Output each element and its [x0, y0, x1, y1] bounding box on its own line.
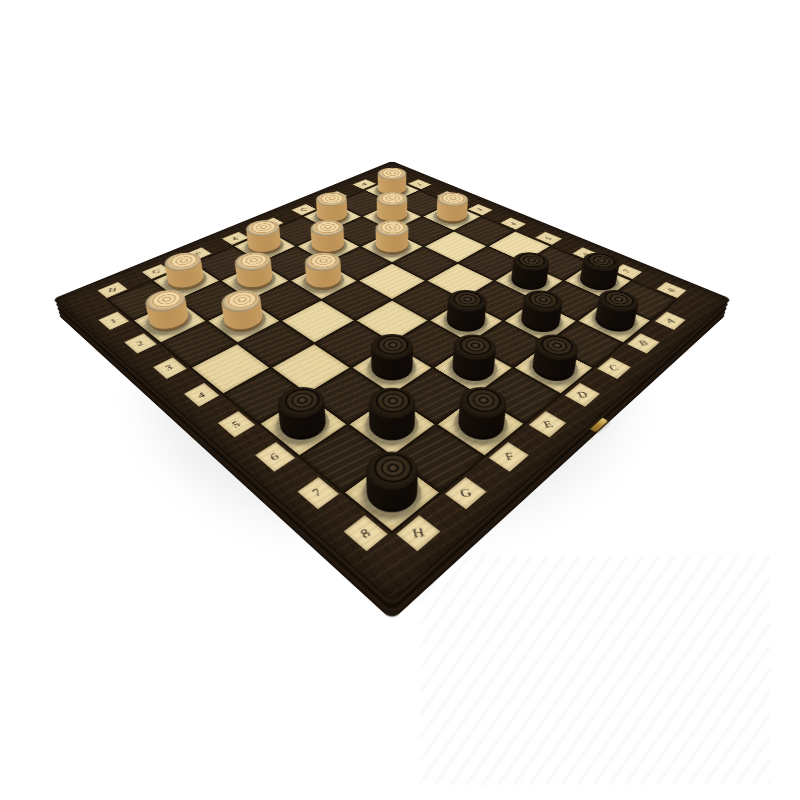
checkers-board: 12345678 12345678 ABCDEFGH ABCDEFGH — [53, 161, 732, 603]
label-text: 2 — [136, 339, 146, 347]
label-text: F — [503, 451, 515, 462]
label-text: C — [608, 363, 621, 372]
product-photo-scene: 12345678 12345678 ABCDEFGH ABCDEFGH — [0, 0, 800, 800]
label-text: 8 — [665, 287, 677, 294]
label-text: H — [108, 287, 118, 294]
checker-dark-man-d8 — [524, 350, 582, 387]
label-text: A — [664, 317, 677, 324]
label-text: 3 — [164, 363, 175, 372]
label-text: G — [459, 486, 474, 499]
label-text: 5 — [543, 236, 553, 241]
border-dark-cell — [86, 301, 116, 319]
board-face: 12345678 12345678 ABCDEFGH ABCDEFGH — [53, 161, 732, 603]
label-text: E — [541, 419, 554, 429]
label-text: F — [194, 252, 200, 258]
label-text: B — [332, 194, 339, 198]
label-text: 7 — [311, 486, 325, 499]
label-text: 7 — [622, 268, 634, 274]
label-text: D — [576, 390, 590, 400]
label-text: D — [267, 221, 274, 226]
label-text: H — [411, 526, 426, 541]
checker-dark-man-e7 — [444, 350, 502, 387]
label-text: E — [232, 236, 238, 241]
label-text: 5 — [230, 419, 242, 430]
label-text: 8 — [358, 526, 374, 541]
checker-dark-man-b8 — [588, 306, 641, 337]
label-text: 6 — [269, 451, 282, 463]
checker-light-man-e3 — [299, 268, 348, 294]
label-text: 3 — [475, 207, 484, 212]
label-text: 4 — [508, 221, 518, 226]
label-text: C — [301, 207, 308, 212]
checker-dark-man-h8 — [357, 466, 427, 520]
label-text: 1 — [109, 317, 118, 324]
label-text: A — [361, 182, 368, 186]
label-text: B — [637, 339, 650, 347]
label-text: 4 — [196, 390, 207, 400]
label-text: G — [152, 268, 161, 274]
label-text: 1 — [415, 182, 424, 186]
